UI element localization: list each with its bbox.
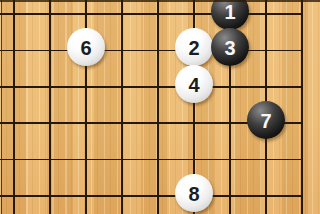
board-intersection [0, 141, 32, 177]
board-intersection [104, 141, 140, 177]
board-intersection [104, 69, 140, 105]
board-intersection [248, 178, 284, 214]
stone-number-label: 4 [188, 74, 199, 94]
board-intersection [248, 69, 284, 105]
stone-number-label: 6 [80, 38, 91, 58]
board-intersection [104, 178, 140, 214]
board-left-crop-line [1, 0, 3, 214]
stone-move-1: 1 [211, 0, 249, 30]
board-intersection [0, 105, 32, 141]
board-intersection [68, 141, 104, 177]
board-intersection [176, 0, 212, 32]
stone-number-label: 8 [188, 183, 199, 203]
stone-move-6: 6 [67, 28, 105, 66]
stone-move-3: 3 [211, 28, 249, 66]
board-intersection [284, 141, 320, 177]
board-intersection [68, 0, 104, 32]
board-intersection [68, 178, 104, 214]
board-intersection: 3 [212, 32, 248, 68]
board-intersection [0, 69, 32, 105]
board-intersection [176, 105, 212, 141]
stone-number-label: 2 [188, 38, 199, 58]
board-intersection: 7 [248, 105, 284, 141]
board-intersection [0, 32, 32, 68]
board-intersection: 8 [176, 178, 212, 214]
board-intersection [32, 32, 68, 68]
board-intersection [32, 0, 68, 32]
board-intersection [284, 0, 320, 32]
board-intersection [0, 0, 32, 32]
board-intersection [284, 105, 320, 141]
board-intersection [248, 32, 284, 68]
board-intersection [140, 69, 176, 105]
board-intersection [284, 178, 320, 214]
board-intersection [176, 141, 212, 177]
board-intersection [0, 178, 32, 214]
board-intersection [140, 105, 176, 141]
board-intersection: 6 [68, 32, 104, 68]
board-intersection [212, 105, 248, 141]
board-intersection [140, 141, 176, 177]
board-intersection [212, 69, 248, 105]
board-intersection: 1 [212, 0, 248, 32]
go-board-grid: 1623478 [0, 0, 320, 214]
board-intersection: 4 [176, 69, 212, 105]
board-intersection [32, 105, 68, 141]
board-intersection [248, 0, 284, 32]
board-intersection [68, 105, 104, 141]
stone-move-8: 8 [175, 174, 213, 212]
stone-move-4: 4 [175, 65, 213, 103]
board-intersection: 2 [176, 32, 212, 68]
board-intersection [32, 141, 68, 177]
board-intersection [104, 105, 140, 141]
stone-number-label: 7 [260, 111, 271, 131]
board-intersection [32, 69, 68, 105]
board-top-crop-line [0, 0, 320, 2]
board-intersection [68, 69, 104, 105]
board-intersection [32, 178, 68, 214]
board-intersection [212, 141, 248, 177]
board-intersection [140, 0, 176, 32]
stone-number-label: 1 [224, 2, 235, 22]
go-board-crop: 1623478 [0, 0, 320, 214]
board-intersection [248, 141, 284, 177]
board-intersection [284, 69, 320, 105]
board-intersection [104, 0, 140, 32]
board-intersection [284, 32, 320, 68]
stone-number-label: 3 [224, 38, 235, 58]
board-intersection [212, 178, 248, 214]
board-intersection [140, 178, 176, 214]
board-intersection [140, 32, 176, 68]
board-intersection [104, 32, 140, 68]
stone-move-2: 2 [175, 28, 213, 66]
stone-move-7: 7 [247, 101, 285, 139]
